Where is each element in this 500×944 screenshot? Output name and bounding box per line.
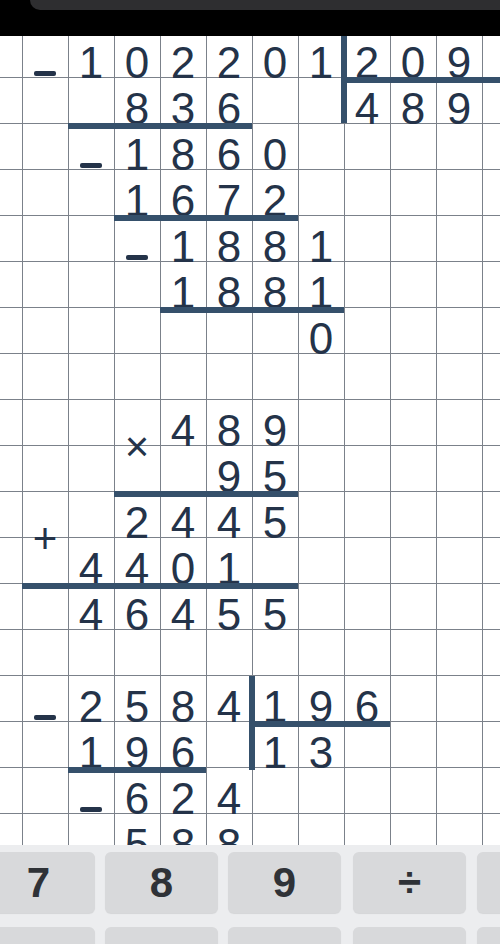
minus-sign <box>80 807 102 812</box>
division2-quotient-bar <box>252 721 390 727</box>
multiply-sign: × <box>114 424 160 470</box>
worksheet-digit: 1 <box>68 40 114 86</box>
math-app-screen: 10220120983648918601672188118810×4899524… <box>0 0 500 944</box>
worksheet-digit: 8 <box>160 684 206 730</box>
subtraction-bar-836 <box>68 123 252 129</box>
addition-result-bar <box>22 583 298 589</box>
minus-sign <box>126 255 148 260</box>
worksheet-digit: 2 <box>160 40 206 86</box>
worksheet-digit: 0 <box>298 316 344 362</box>
subtraction-bar-196 <box>68 767 206 773</box>
worksheet-digit: 5 <box>206 592 252 638</box>
worksheet-digit: 2 <box>206 40 252 86</box>
worksheet-digit: 6 <box>206 132 252 178</box>
worksheet-digit: 4 <box>206 776 252 822</box>
worksheet-digit: 5 <box>252 592 298 638</box>
worksheet-digit: 2 <box>114 500 160 546</box>
worksheet-digit: 4 <box>206 500 252 546</box>
status-bar <box>0 0 500 36</box>
worksheet-digit: 1 <box>298 224 344 270</box>
worksheet-digit: 4 <box>160 592 206 638</box>
key-row2-5[interactable] <box>477 927 500 944</box>
numeric-keyboard: 789÷ <box>0 845 500 944</box>
division2-bracket <box>249 676 255 770</box>
key-8[interactable]: 8 <box>105 852 218 913</box>
worksheet-digit: 4 <box>344 86 390 132</box>
worksheet-digit: 2 <box>160 776 206 822</box>
worksheet-digit: 6 <box>114 592 160 638</box>
key-9[interactable]: 9 <box>228 852 341 913</box>
status-bar-panel <box>30 0 500 10</box>
key-partial-right[interactable] <box>477 852 500 913</box>
worksheet-digit: 8 <box>252 224 298 270</box>
worksheet-digit: 6 <box>114 776 160 822</box>
minus-sign <box>34 71 56 76</box>
worksheet-digit: 5 <box>114 684 160 730</box>
worksheet-digit: 8 <box>206 224 252 270</box>
key-7[interactable]: 7 <box>0 852 95 913</box>
worksheet-digit: 4 <box>68 592 114 638</box>
worksheet-digit: 4 <box>206 684 252 730</box>
worksheet-digit: 1 <box>298 40 344 86</box>
key-row2-2[interactable] <box>105 927 218 944</box>
division1-bracket <box>341 36 347 123</box>
key-row2-4[interactable] <box>353 927 466 944</box>
worksheet-digit: 9 <box>436 86 482 132</box>
worksheet-digit: 8 <box>390 86 436 132</box>
plus-sign: + <box>22 516 68 562</box>
worksheet-digit: 9 <box>252 408 298 454</box>
key-divide[interactable]: ÷ <box>353 852 466 913</box>
worksheet-digit: 8 <box>206 408 252 454</box>
worksheet-digit: 1 <box>114 132 160 178</box>
subtraction-bar-1672 <box>114 215 298 221</box>
worksheet-digit: 0 <box>114 40 160 86</box>
worksheet-digit: 8 <box>160 132 206 178</box>
division1-quotient-bar <box>344 77 500 83</box>
squared-paper-worksheet[interactable]: 10220120983648918601672188118810×4899524… <box>0 0 500 944</box>
worksheet-digit: 5 <box>252 500 298 546</box>
key-row2-3[interactable] <box>228 927 341 944</box>
worksheet-digit: 0 <box>252 132 298 178</box>
worksheet-digit: 4 <box>160 500 206 546</box>
worksheet-digit: 1 <box>160 224 206 270</box>
worksheet-digit: 2 <box>68 684 114 730</box>
minus-sign <box>34 715 56 720</box>
multiplication-bar-95 <box>114 491 298 497</box>
worksheet-digit: 1 <box>252 730 298 776</box>
worksheet-digit: 4 <box>160 408 206 454</box>
key-row2-1[interactable] <box>0 927 95 944</box>
minus-sign <box>80 163 102 168</box>
worksheet-digit: 3 <box>298 730 344 776</box>
subtraction-bar-1881 <box>160 307 344 313</box>
worksheet-digit: 0 <box>252 40 298 86</box>
